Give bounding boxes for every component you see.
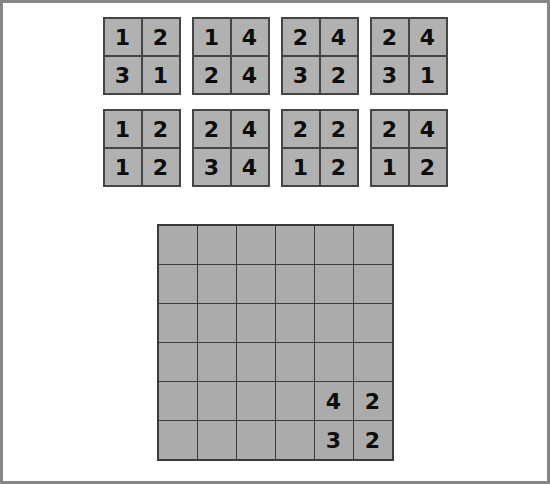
tile-cell: 2: [194, 111, 230, 147]
tile-tray-row-2: 1 2 1 2 2 4 3 4 2 2 1 2 2 4 1 2: [3, 109, 547, 187]
board-cell[interactable]: [315, 343, 353, 381]
board-cell[interactable]: [276, 421, 314, 459]
tile-1[interactable]: 1 2 3 1: [103, 17, 181, 95]
board-cell[interactable]: [315, 265, 353, 303]
board-cell[interactable]: [198, 382, 236, 420]
board-cell[interactable]: [198, 343, 236, 381]
board-cell[interactable]: [237, 265, 275, 303]
board-cell[interactable]: [354, 343, 392, 381]
tile-cell: 2: [321, 57, 357, 93]
board-cell[interactable]: 2: [354, 382, 392, 420]
tile-cell: 4: [321, 19, 357, 55]
tile-cell: 1: [283, 149, 319, 185]
tile-tray: 1 2 3 1 1 4 2 4 2 4 3 2 2 4 3 1: [3, 3, 547, 187]
tile-cell: 1: [410, 57, 446, 93]
tile-cell: 1: [105, 111, 141, 147]
tile-cell: 2: [283, 19, 319, 55]
board-cell[interactable]: [159, 304, 197, 342]
tile-cell: 3: [105, 57, 141, 93]
board-cell[interactable]: [276, 304, 314, 342]
tile-6[interactable]: 2 4 3 4: [192, 109, 270, 187]
board-cell[interactable]: [159, 226, 197, 264]
tile-cell: 4: [410, 111, 446, 147]
tile-tray-row-1: 1 2 3 1 1 4 2 4 2 4 3 2 2 4 3 1: [3, 17, 547, 95]
board-cell[interactable]: [237, 421, 275, 459]
tile-cell: 1: [194, 19, 230, 55]
tile-cell: 3: [194, 149, 230, 185]
board-cell[interactable]: [354, 226, 392, 264]
board-cell[interactable]: 4: [315, 382, 353, 420]
tile-cell: 2: [143, 19, 179, 55]
tile-cell: 1: [105, 19, 141, 55]
board-cell[interactable]: [276, 226, 314, 264]
board-grid: 4 2 3 2: [157, 224, 394, 461]
board-cell[interactable]: [276, 265, 314, 303]
tile-cell: 4: [410, 19, 446, 55]
board-cell[interactable]: [159, 265, 197, 303]
tile-5[interactable]: 1 2 1 2: [103, 109, 181, 187]
board-cell[interactable]: [198, 304, 236, 342]
board-cell[interactable]: [354, 304, 392, 342]
tile-2[interactable]: 1 4 2 4: [192, 17, 270, 95]
board-cell[interactable]: [159, 382, 197, 420]
tile-cell: 1: [143, 57, 179, 93]
board-cell[interactable]: [237, 343, 275, 381]
tile-cell: 1: [105, 149, 141, 185]
board-cell[interactable]: [237, 304, 275, 342]
tile-cell: 2: [321, 111, 357, 147]
board-cell[interactable]: [315, 304, 353, 342]
board-cell[interactable]: [237, 226, 275, 264]
board-cell[interactable]: [276, 343, 314, 381]
tile-cell: 2: [321, 149, 357, 185]
tile-cell: 3: [283, 57, 319, 93]
tile-cell: 4: [232, 57, 268, 93]
board-cell[interactable]: [198, 226, 236, 264]
tile-7[interactable]: 2 2 1 2: [281, 109, 359, 187]
board-cell[interactable]: [159, 421, 197, 459]
tile-cell: 2: [194, 57, 230, 93]
board-cell[interactable]: 3: [315, 421, 353, 459]
tile-cell: 2: [283, 111, 319, 147]
tile-3[interactable]: 2 4 3 2: [281, 17, 359, 95]
tile-4[interactable]: 2 4 3 1: [370, 17, 448, 95]
board-cell[interactable]: [354, 265, 392, 303]
tile-cell: 2: [143, 149, 179, 185]
puzzle-frame: 1 2 3 1 1 4 2 4 2 4 3 2 2 4 3 1: [0, 0, 550, 484]
board-cell[interactable]: 2: [354, 421, 392, 459]
tile-cell: 2: [372, 111, 408, 147]
board-cell[interactable]: [159, 343, 197, 381]
tile-cell: 1: [372, 149, 408, 185]
board-cell[interactable]: [276, 382, 314, 420]
tile-cell: 2: [410, 149, 446, 185]
board-cell[interactable]: [315, 226, 353, 264]
tile-cell: 4: [232, 111, 268, 147]
tile-cell: 4: [232, 19, 268, 55]
board-cell[interactable]: [237, 382, 275, 420]
tile-cell: 4: [232, 149, 268, 185]
tile-cell: 2: [143, 111, 179, 147]
tile-8[interactable]: 2 4 1 2: [370, 109, 448, 187]
tile-cell: 2: [372, 19, 408, 55]
tile-cell: 3: [372, 57, 408, 93]
board-cell[interactable]: [198, 265, 236, 303]
board-cell[interactable]: [198, 421, 236, 459]
